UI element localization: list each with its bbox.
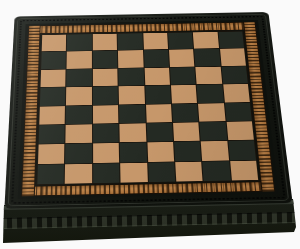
square-h5[interactable] (223, 84, 250, 102)
square-d7[interactable] (118, 50, 143, 67)
square-f8[interactable] (168, 32, 193, 49)
square-b4[interactable] (66, 105, 92, 124)
square-h2[interactable] (228, 141, 256, 161)
square-h7[interactable] (220, 49, 246, 66)
square-b1[interactable] (65, 164, 92, 184)
square-f1[interactable] (175, 161, 203, 181)
square-g3[interactable] (200, 122, 227, 141)
board-inner-panel (18, 20, 279, 199)
square-e5[interactable] (145, 85, 171, 103)
square-d6[interactable] (118, 68, 143, 86)
square-f6[interactable] (170, 67, 196, 85)
square-c1[interactable] (93, 163, 120, 183)
square-c5[interactable] (93, 86, 118, 104)
square-b7[interactable] (67, 51, 92, 68)
square-b8[interactable] (67, 34, 91, 51)
square-a5[interactable] (40, 87, 66, 105)
square-e6[interactable] (144, 67, 170, 85)
square-g2[interactable] (201, 141, 229, 161)
square-b5[interactable] (66, 87, 91, 105)
square-g1[interactable] (202, 161, 230, 181)
square-a1[interactable] (37, 164, 64, 184)
square-h4[interactable] (225, 102, 252, 121)
square-f2[interactable] (174, 142, 201, 162)
square-g7[interactable] (194, 49, 220, 66)
chess-board-case-top (4, 12, 292, 209)
square-a2[interactable] (38, 144, 65, 164)
square-b2[interactable] (65, 144, 91, 164)
square-c8[interactable] (93, 34, 118, 51)
square-e7[interactable] (143, 50, 168, 67)
square-g4[interactable] (198, 103, 225, 122)
chess-board (37, 32, 258, 185)
square-h1[interactable] (230, 160, 258, 180)
square-b3[interactable] (66, 124, 92, 143)
square-d1[interactable] (120, 162, 147, 182)
square-c2[interactable] (93, 143, 119, 163)
square-g6[interactable] (196, 67, 222, 85)
square-c7[interactable] (93, 51, 118, 68)
square-d5[interactable] (119, 86, 145, 104)
square-f4[interactable] (172, 103, 199, 122)
square-a8[interactable] (42, 35, 67, 52)
square-f5[interactable] (171, 85, 197, 103)
square-a6[interactable] (41, 69, 66, 87)
square-d2[interactable] (120, 143, 147, 163)
square-a4[interactable] (39, 106, 65, 125)
square-a7[interactable] (41, 52, 66, 69)
square-e3[interactable] (146, 123, 173, 142)
square-e8[interactable] (143, 33, 168, 50)
square-h8[interactable] (218, 32, 244, 49)
square-f7[interactable] (169, 50, 195, 67)
square-c3[interactable] (93, 124, 119, 143)
square-h3[interactable] (226, 121, 254, 140)
square-c4[interactable] (93, 105, 119, 124)
square-d4[interactable] (119, 104, 145, 123)
square-g5[interactable] (197, 85, 224, 103)
case-front-emboss-band (2, 212, 298, 229)
square-d8[interactable] (118, 33, 143, 50)
square-e4[interactable] (146, 104, 172, 123)
square-e2[interactable] (147, 142, 174, 162)
square-e1[interactable] (148, 162, 175, 182)
square-g8[interactable] (193, 32, 219, 49)
product-photo-scene (0, 0, 300, 249)
square-h6[interactable] (221, 66, 248, 84)
board-frame (36, 31, 259, 185)
square-a3[interactable] (39, 125, 65, 144)
square-b6[interactable] (67, 69, 92, 87)
square-d3[interactable] (120, 123, 146, 142)
square-f3[interactable] (173, 122, 200, 141)
square-c6[interactable] (93, 68, 118, 86)
